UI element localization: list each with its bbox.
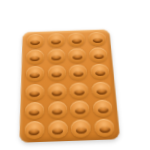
pit[interactable] — [24, 121, 44, 140]
pit[interactable] — [94, 118, 115, 137]
pit-dimple — [29, 109, 40, 116]
pit-dimple — [76, 127, 87, 134]
pit[interactable] — [47, 33, 65, 48]
pit-dimple — [30, 90, 40, 96]
pit[interactable] — [47, 49, 65, 64]
pit[interactable] — [90, 64, 109, 80]
pit[interactable] — [25, 83, 44, 100]
pit-dimple — [72, 54, 82, 60]
pit-dimple — [72, 38, 82, 44]
photo-background — [0, 0, 150, 150]
pit[interactable] — [69, 82, 89, 99]
pit[interactable] — [93, 99, 114, 117]
pit-dimple — [94, 54, 104, 60]
board-wrapper — [15, 8, 121, 142]
pit[interactable] — [48, 83, 67, 100]
pit[interactable] — [25, 102, 44, 120]
pit-dimple — [51, 55, 61, 61]
pit[interactable] — [88, 32, 107, 47]
pit[interactable] — [69, 65, 88, 81]
pit-dimple — [30, 73, 40, 79]
pit[interactable] — [71, 119, 92, 138]
pit-grid — [22, 31, 117, 141]
pit[interactable] — [26, 50, 44, 65]
pit[interactable] — [68, 48, 87, 63]
pit-dimple — [95, 70, 106, 76]
pit-dimple — [99, 126, 110, 133]
pit[interactable] — [91, 81, 111, 98]
pit-dimple — [52, 72, 62, 78]
pit-dimple — [97, 106, 108, 113]
pit-dimple — [92, 38, 102, 44]
pit-dimple — [51, 39, 61, 45]
pit-dimple — [29, 128, 40, 135]
pit-dimple — [52, 108, 63, 115]
pit[interactable] — [68, 32, 86, 47]
pit-dimple — [30, 40, 40, 46]
pit[interactable] — [48, 101, 68, 119]
pit[interactable] — [47, 65, 66, 81]
board — [19, 29, 120, 142]
pit[interactable] — [26, 34, 44, 49]
pit-dimple — [75, 107, 86, 114]
pit-dimple — [96, 88, 107, 94]
pit-dimple — [74, 89, 85, 95]
pit-dimple — [52, 128, 63, 135]
pit-dimple — [73, 71, 83, 77]
pit[interactable] — [89, 47, 108, 62]
pit[interactable] — [70, 100, 90, 118]
pit-dimple — [30, 56, 40, 62]
pit[interactable] — [48, 120, 68, 139]
pit-dimple — [52, 90, 62, 96]
pit[interactable] — [26, 66, 44, 82]
